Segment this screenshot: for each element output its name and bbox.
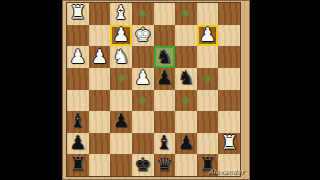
legal-move-dot [203, 74, 212, 83]
piece-black-pawn[interactable]: ♟ [113, 111, 130, 130]
square-f8[interactable] [110, 154, 132, 176]
square-e7[interactable] [132, 133, 154, 155]
square-b8[interactable]: ♜ [197, 154, 219, 176]
square-e4[interactable]: ♟ [132, 68, 154, 90]
square-e5[interactable] [132, 90, 154, 112]
square-g5[interactable] [89, 90, 111, 112]
square-b6[interactable] [197, 111, 219, 133]
square-g6[interactable] [89, 111, 111, 133]
square-d6[interactable] [154, 111, 176, 133]
square-c7[interactable]: ♟ [175, 133, 197, 155]
square-f4[interactable] [110, 68, 132, 90]
square-f5[interactable] [110, 90, 132, 112]
square-c1[interactable] [175, 3, 197, 25]
legal-move-dot [138, 96, 147, 105]
chess-board[interactable]: ♜♝♟♚♟♟♟♞♞♟♟♞♝♟♟♝♟♜♜♚♛♜ [67, 3, 240, 176]
piece-white-pawn[interactable]: ♟ [69, 47, 86, 66]
piece-black-knight[interactable]: ♞ [156, 47, 173, 66]
square-e2[interactable]: ♚ [132, 25, 154, 47]
square-d2[interactable] [154, 25, 176, 47]
piece-black-bishop[interactable]: ♝ [69, 111, 86, 130]
piece-black-queen[interactable]: ♛ [156, 155, 173, 174]
square-h6[interactable]: ♝ [67, 111, 89, 133]
legal-move-dot [181, 96, 190, 105]
square-g2[interactable] [89, 25, 111, 47]
piece-white-pawn[interactable]: ♟ [134, 68, 151, 87]
square-h8[interactable]: ♜ [67, 154, 89, 176]
piece-white-pawn[interactable]: ♟ [91, 47, 108, 66]
square-d1[interactable] [154, 3, 176, 25]
piece-white-pawn[interactable]: ♟ [113, 25, 130, 44]
square-e6[interactable] [132, 111, 154, 133]
piece-black-king[interactable]: ♚ [134, 155, 151, 174]
square-d5[interactable] [154, 90, 176, 112]
square-f2[interactable]: ♟ [110, 25, 132, 47]
piece-white-pawn[interactable]: ♟ [199, 25, 216, 44]
square-c8[interactable] [175, 154, 197, 176]
square-h1[interactable]: ♜ [67, 3, 89, 25]
board-frame: ♜♝♟♚♟♟♟♞♞♟♟♞♝♟♟♝♟♜♜♚♛♜ [62, 0, 250, 180]
square-c3[interactable] [175, 46, 197, 68]
square-d4[interactable]: ♟ [154, 68, 176, 90]
square-g7[interactable] [89, 133, 111, 155]
square-a7[interactable]: ♜ [218, 133, 240, 155]
square-h4[interactable] [67, 68, 89, 90]
piece-black-knight[interactable]: ♞ [177, 68, 194, 87]
square-f6[interactable]: ♟ [110, 111, 132, 133]
piece-white-king[interactable]: ♚ [134, 25, 151, 44]
square-g8[interactable] [89, 154, 111, 176]
square-f3[interactable]: ♞ [110, 46, 132, 68]
piece-black-rook[interactable]: ♜ [69, 155, 86, 174]
square-a6[interactable] [218, 111, 240, 133]
piece-white-knight[interactable]: ♞ [113, 47, 130, 66]
square-d7[interactable]: ♝ [154, 133, 176, 155]
square-h5[interactable] [67, 90, 89, 112]
legal-move-dot [138, 9, 147, 18]
square-g3[interactable]: ♟ [89, 46, 111, 68]
piece-black-bishop[interactable]: ♝ [156, 133, 173, 152]
piece-black-pawn[interactable]: ♟ [177, 133, 194, 152]
square-c6[interactable] [175, 111, 197, 133]
legal-move-dot [117, 74, 126, 83]
piece-white-rook[interactable]: ♜ [69, 3, 86, 22]
square-e1[interactable] [132, 3, 154, 25]
piece-black-pawn[interactable]: ♟ [156, 68, 173, 87]
square-g1[interactable] [89, 3, 111, 25]
square-e3[interactable] [132, 46, 154, 68]
square-a1[interactable] [218, 3, 240, 25]
legal-move-dot [181, 9, 190, 18]
square-a2[interactable] [218, 25, 240, 47]
square-c2[interactable] [175, 25, 197, 47]
square-b7[interactable] [197, 133, 219, 155]
square-c4[interactable]: ♞ [175, 68, 197, 90]
square-b5[interactable] [197, 90, 219, 112]
square-c5[interactable] [175, 90, 197, 112]
square-h7[interactable]: ♟ [67, 133, 89, 155]
square-a5[interactable] [218, 90, 240, 112]
piece-black-pawn[interactable]: ♟ [69, 133, 86, 152]
square-a8[interactable] [218, 154, 240, 176]
square-b3[interactable] [197, 46, 219, 68]
square-f7[interactable] [110, 133, 132, 155]
square-d3[interactable]: ♞ [154, 46, 176, 68]
square-h3[interactable]: ♟ [67, 46, 89, 68]
square-e8[interactable]: ♚ [132, 154, 154, 176]
square-g4[interactable] [89, 68, 111, 90]
piece-black-rook[interactable]: ♜ [199, 155, 216, 174]
square-b4[interactable] [197, 68, 219, 90]
piece-white-rook[interactable]: ♜ [221, 133, 238, 152]
square-d8[interactable]: ♛ [154, 154, 176, 176]
square-h2[interactable] [67, 25, 89, 47]
square-a3[interactable] [218, 46, 240, 68]
square-b1[interactable] [197, 3, 219, 25]
square-a4[interactable] [218, 68, 240, 90]
square-b2[interactable]: ♟ [197, 25, 219, 47]
square-f1[interactable]: ♝ [110, 3, 132, 25]
piece-white-bishop[interactable]: ♝ [113, 3, 130, 22]
video-canvas: ♜♝♟♚♟♟♟♞♞♟♟♞♝♟♟♝♟♜♜♚♛♜ Alexander [0, 0, 320, 180]
